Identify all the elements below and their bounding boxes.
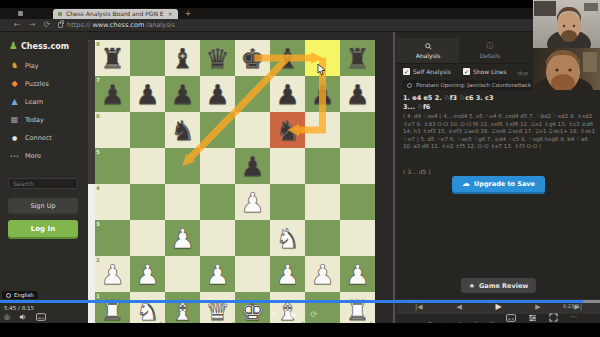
square-d4[interactable]	[200, 184, 235, 220]
caption-dot-icon	[6, 293, 11, 298]
subtitles-icon[interactable]	[36, 313, 46, 321]
magnifier-icon	[425, 43, 432, 50]
info-icon: ⓘ	[487, 43, 494, 50]
sidebar-item-connect[interactable]: ● Connect	[0, 129, 88, 147]
square-c5[interactable]	[165, 148, 200, 184]
white-pawn[interactable]: ♟	[165, 220, 200, 256]
browser-address-bar: ← → ⟳ https://www.chess.com/analysis	[0, 19, 600, 32]
caption-language-label: English	[14, 292, 34, 298]
url-domain: www.chess.com	[92, 21, 144, 29]
sidebar-search	[8, 171, 80, 190]
square-e2[interactable]	[235, 256, 270, 292]
black-queen[interactable]: ♛	[200, 40, 235, 76]
square-h7[interactable]: ♟	[340, 76, 375, 112]
page-scrollbar[interactable]	[393, 32, 395, 323]
square-b7[interactable]: ♟	[130, 76, 165, 112]
white-pawn[interactable]: ♟	[200, 256, 235, 292]
background-shelf	[534, 1, 556, 16]
square-d2[interactable]: ♟	[200, 256, 235, 292]
square-h4[interactable]	[340, 184, 375, 220]
previous-move-button[interactable]: ◀	[456, 303, 461, 311]
rank-label: 2	[96, 257, 100, 263]
white-pawn[interactable]: ♟	[130, 256, 165, 292]
square-g3[interactable]	[305, 220, 340, 256]
tab-title: Chess Analysis Board and PGN E	[66, 10, 164, 17]
square-c7[interactable]: ♟	[165, 76, 200, 112]
checkbox-label: Self Analysis	[413, 68, 451, 75]
square-c6[interactable]: ♞	[165, 112, 200, 148]
checkbox-label: Show Lines	[473, 68, 507, 75]
rank-label: 1	[96, 293, 100, 299]
rank-label: 5	[96, 149, 100, 155]
white-pawn[interactable]: ♟	[305, 256, 340, 292]
black-king[interactable]: ♚	[235, 40, 270, 76]
square-a8[interactable]: 8♜	[95, 40, 130, 76]
black-pawn[interactable]: ♟	[130, 76, 165, 112]
play-icon[interactable]: ▶	[290, 309, 298, 320]
move-list-line-2[interactable]: 3... ♘f6	[403, 103, 430, 111]
new-tab-button[interactable]: +	[185, 9, 192, 18]
square-f2[interactable]: ♟	[270, 256, 305, 292]
square-b2[interactable]: ♟	[130, 256, 165, 292]
person-silhouette	[533, 48, 600, 90]
rank-label: 7	[96, 77, 100, 83]
window-app-icon	[18, 11, 23, 16]
rank-label: 6	[96, 113, 100, 119]
square-g4[interactable]	[305, 184, 340, 220]
reload-icon[interactable]: ⟳	[43, 21, 50, 29]
sidebar-item-label: More	[25, 152, 41, 160]
square-a7[interactable]: 7♟	[95, 76, 130, 112]
tab-close-icon[interactable]: ×	[168, 10, 173, 17]
today-icon: ▦	[10, 116, 19, 124]
square-g5[interactable]	[305, 148, 340, 184]
next-move-button[interactable]: ▶	[535, 303, 540, 311]
square-f3[interactable]: ♞	[270, 220, 305, 256]
more-options-icon[interactable]: ⋯	[570, 314, 577, 321]
log-in-button[interactable]: Log In	[8, 220, 78, 237]
progress-remaining	[583, 300, 600, 303]
square-a2[interactable]: 2♟	[95, 256, 130, 292]
game-review-icon: ★	[469, 282, 475, 290]
url-scheme: https://	[67, 21, 90, 29]
background-shelf	[584, 3, 598, 11]
play-icon: ♞	[10, 62, 19, 70]
black-bishop[interactable]: ♝	[165, 40, 200, 76]
square-h5[interactable]	[340, 148, 375, 184]
white-pawn[interactable]: ♟	[340, 256, 375, 292]
square-d3[interactable]	[200, 220, 235, 256]
sidebar-item-label: Connect	[25, 134, 52, 142]
caption-language-pill: English	[2, 291, 38, 299]
square-e7[interactable]	[235, 76, 270, 112]
volume-icon[interactable]	[19, 313, 27, 321]
browser-window: Chess Analysis Board and PGN E × + ← → ⟳…	[0, 8, 600, 323]
square-a6[interactable]: 6	[95, 112, 130, 148]
square-d6[interactable]	[200, 112, 235, 148]
rank-label: 8	[96, 41, 100, 47]
square-b6[interactable]	[130, 112, 165, 148]
fullscreen-icon[interactable]	[549, 313, 558, 322]
opening-name: Ponziani Opening: Jaenisch Counterattack	[416, 82, 531, 88]
evaluation-bar	[88, 40, 95, 328]
square-h8[interactable]: ♜	[340, 40, 375, 76]
rank-label: 4	[96, 185, 100, 191]
variation-block[interactable]: ( 4. d4 ♘xe4 ( 4... exd4 5. e5 ♘e4 6. cx…	[403, 113, 595, 151]
square-e5[interactable]: ♟	[235, 148, 270, 184]
square-a4[interactable]: 4	[95, 184, 130, 220]
chesscom-sidebar: ♟ Chess.com ♞ Play ◆ Puzzles ▲ Learn ▦ T…	[0, 32, 88, 323]
sidebar-item-label: Learn	[25, 98, 43, 106]
tab-analysis[interactable]: Analysis	[397, 38, 459, 63]
sidebar-item-label: Puzzles	[25, 80, 49, 88]
video-controls-center: ⟲ ▶ ⟳	[270, 309, 317, 320]
black-knight[interactable]: ♞	[270, 112, 305, 148]
checkbox-checked-icon: ✓	[463, 68, 470, 75]
more-dots-icon: •••	[10, 154, 19, 159]
square-g6[interactable]	[305, 112, 340, 148]
logo-text: Chess.com	[21, 42, 69, 51]
video-controls-right: ⋯	[506, 313, 577, 322]
learn-icon: ▲	[10, 98, 19, 106]
black-knight[interactable]: ♞	[165, 112, 200, 148]
white-pawn[interactable]: ♟	[235, 184, 270, 220]
black-rook[interactable]: ♜	[95, 40, 130, 76]
sidebar-item-puzzles[interactable]: ◆ Puzzles	[0, 75, 88, 93]
upgrade-to-save-button[interactable]: ☁ Upgrade to Save	[452, 176, 545, 192]
black-pawn[interactable]: ♟	[95, 76, 130, 112]
screenshot-stage: Chess Analysis Board and PGN E × + ← → ⟳…	[0, 0, 600, 337]
black-pawn[interactable]: ♟	[340, 76, 375, 112]
back-icon[interactable]: ←	[14, 21, 21, 29]
square-f8[interactable]: ♝	[270, 40, 305, 76]
url-path: /analysis	[146, 21, 175, 29]
square-d7[interactable]: ♟	[200, 76, 235, 112]
video-time-right: 6:23/8	[563, 303, 579, 309]
evaluation-bar-black	[88, 40, 95, 184]
variation-short[interactable]: ( 3... d5 )	[403, 168, 431, 175]
letterbox-bottom	[0, 323, 600, 337]
url-field[interactable]: https://www.chess.com/analysis	[58, 21, 175, 29]
tab-favicon	[58, 12, 62, 16]
replay-icon[interactable]: ◎	[4, 314, 10, 321]
video-time-left: 5:45 / 8:15	[4, 305, 34, 311]
black-pawn[interactable]: ♟	[235, 148, 270, 184]
black-rook[interactable]: ♜	[340, 40, 375, 76]
square-c3[interactable]: ♟	[165, 220, 200, 256]
padlock-icon	[58, 22, 63, 28]
logo-pawn-icon: ♟	[9, 41, 18, 51]
square-a5[interactable]: 5	[95, 148, 130, 184]
forward-icon[interactable]: →	[29, 21, 36, 29]
search-input[interactable]	[8, 178, 78, 189]
self-analysis-checkbox[interactable]: ✓ Self Analysis	[403, 68, 451, 75]
black-bishop[interactable]: ♝	[270, 40, 305, 76]
square-d8[interactable]: ♛	[200, 40, 235, 76]
square-f4[interactable]	[270, 184, 305, 220]
square-f5[interactable]	[270, 148, 305, 184]
square-g2[interactable]: ♟	[305, 256, 340, 292]
black-pawn[interactable]: ♟	[200, 76, 235, 112]
play-moves-button[interactable]: ▶	[495, 302, 501, 311]
video-progress-bar[interactable]	[0, 300, 600, 303]
square-e4[interactable]: ♟	[235, 184, 270, 220]
cloud-save-icon: ☁	[462, 180, 470, 188]
sidebar-item-today[interactable]: ▦ Today	[0, 111, 88, 129]
square-g7[interactable]: ♟	[305, 76, 340, 112]
checkbox-checked-icon: ✓	[403, 68, 410, 75]
fast-forward-icon[interactable]: ⟳	[310, 310, 317, 319]
square-e8[interactable]: ♚	[235, 40, 270, 76]
mouse-cursor	[317, 64, 326, 76]
white-pawn[interactable]: ♟	[270, 256, 305, 292]
square-c4[interactable]	[165, 184, 200, 220]
sidebar-item-more[interactable]: ••• More	[0, 147, 88, 165]
rewind-icon[interactable]: ⟲	[270, 310, 277, 319]
square-c8[interactable]: ♝	[165, 40, 200, 76]
cc-icon[interactable]	[506, 314, 516, 322]
square-b5[interactable]	[130, 148, 165, 184]
sidebar-item-learn[interactable]: ▲ Learn	[0, 93, 88, 111]
sidebar-item-label: Today	[25, 116, 44, 124]
depth-label: dep	[518, 70, 528, 76]
video-controls-left: ◎	[4, 313, 46, 321]
go-to-start-button[interactable]: |◀	[415, 303, 423, 311]
analysis-options: ✓ Self Analysis ✓ Show Lines	[403, 68, 507, 75]
white-knight[interactable]: ♞	[270, 220, 305, 256]
sidebar-item-play[interactable]: ♞ Play	[0, 57, 88, 75]
upgrade-label: Upgrade to Save	[474, 180, 535, 188]
browser-tab-strip: Chess Analysis Board and PGN E × +	[0, 8, 600, 19]
connect-icon: ●	[10, 135, 19, 141]
square-d5[interactable]	[200, 148, 235, 184]
puzzles-icon: ◆	[10, 80, 19, 88]
opening-book-icon	[407, 83, 412, 88]
square-f6[interactable]: ♞	[270, 112, 305, 148]
black-pawn[interactable]: ♟	[305, 76, 340, 112]
game-review-button[interactable]: ★ Game Review	[461, 278, 537, 293]
square-f7[interactable]: ♟	[270, 76, 305, 112]
square-a3[interactable]: 3	[95, 220, 130, 256]
square-b8[interactable]	[130, 40, 165, 76]
tab-details[interactable]: ⓘ Details	[459, 38, 521, 63]
move-list-line-1[interactable]: 1. e4 e5 2. ♘f3 ♘c6 3. c3	[403, 94, 493, 102]
browser-tab[interactable]: Chess Analysis Board and PGN E ×	[53, 9, 178, 19]
square-c2[interactable]	[165, 256, 200, 292]
square-h6[interactable]	[340, 112, 375, 148]
tab-label: Analysis	[416, 52, 441, 59]
square-e3[interactable]	[235, 220, 270, 256]
rank-label: 3	[96, 221, 100, 227]
progress-played	[0, 300, 583, 303]
white-pawn[interactable]: ♟	[95, 256, 130, 292]
black-pawn[interactable]: ♟	[270, 76, 305, 112]
game-review-label: Game Review	[479, 282, 528, 290]
sign-up-button[interactable]: Sign Up	[8, 198, 78, 213]
square-h2[interactable]: ♟	[340, 256, 375, 292]
settings-sliders-icon[interactable]	[528, 314, 537, 322]
square-b4[interactable]	[130, 184, 165, 220]
chess-board: 8♜♝♛♚♝♜7♟♟♟♟♟♟♟6♞♞5♟4♟3♟♞2♟♟♟♟♟♟1a♜b♞c♝d…	[95, 40, 375, 328]
webcam-overlay	[533, 0, 600, 90]
black-pawn[interactable]: ♟	[165, 76, 200, 112]
square-h3[interactable]	[340, 220, 375, 256]
webcam-feed-bottom	[533, 48, 600, 90]
sidebar-item-label: Play	[25, 62, 39, 70]
square-b3[interactable]	[130, 220, 165, 256]
chesscom-logo[interactable]: ♟ Chess.com	[0, 38, 88, 57]
letterbox-top	[0, 0, 600, 8]
square-e6[interactable]	[235, 112, 270, 148]
webcam-feed-top	[533, 0, 600, 48]
show-lines-checkbox[interactable]: ✓ Show Lines	[463, 68, 507, 75]
tab-label: Details	[480, 52, 501, 59]
